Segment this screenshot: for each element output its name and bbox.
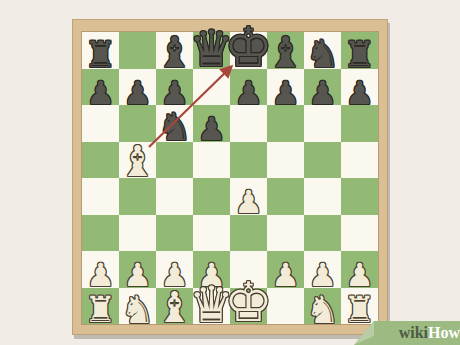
square-c4[interactable] [156,178,193,215]
square-g3[interactable] [304,215,341,252]
piece-white-bishop-b5[interactable]: ♝ [119,141,157,183]
square-f5[interactable] [267,142,304,179]
board-frame: ♜♝♛♚♝♞♜♟♟♟♟♟♟♟♞♟♝♟♟♟♟♟♟♟♟♜♞♝♛♚♞♜ [72,19,388,335]
piece-black-rook-a8[interactable]: ♜ [84,37,116,73]
piece-white-knight-g1[interactable]: ♞ [305,291,339,329]
piece-white-pawn-a2[interactable]: ♟ [86,259,115,291]
wikihow-wiki-text: wiki [399,324,428,341]
piece-black-pawn-e7[interactable]: ♟ [234,77,263,109]
wikihow-badge: wikiHow [352,321,460,345]
square-d4[interactable] [193,178,230,215]
square-c3[interactable] [156,215,193,252]
square-a3[interactable] [82,215,119,252]
piece-white-king-e1[interactable]: ♚ [224,276,272,330]
piece-black-pawn-d6[interactable]: ♟ [197,113,226,145]
square-a4[interactable] [82,178,119,215]
piece-black-pawn-h7[interactable]: ♟ [345,77,374,109]
square-a5[interactable] [82,142,119,179]
piece-black-pawn-g7[interactable]: ♟ [308,77,337,109]
piece-black-pawn-a7[interactable]: ♟ [86,77,115,109]
piece-black-knight-c6[interactable]: ♞ [157,108,191,146]
wikihow-how-text: How [428,324,460,341]
piece-black-pawn-b7[interactable]: ♟ [123,77,152,109]
piece-white-pawn-e4[interactable]: ♟ [234,186,263,218]
square-f3[interactable] [267,215,304,252]
piece-black-knight-g8[interactable]: ♞ [305,35,339,73]
piece-white-pawn-h2[interactable]: ♟ [345,259,374,291]
piece-black-king-e8[interactable]: ♚ [224,21,272,75]
piece-black-rook-h8[interactable]: ♜ [343,37,375,73]
piece-white-bishop-c1[interactable]: ♝ [156,287,194,329]
piece-black-bishop-c8[interactable]: ♝ [156,32,194,74]
piece-white-pawn-g2[interactable]: ♟ [308,259,337,291]
square-d3[interactable] [193,215,230,252]
square-b8[interactable] [119,32,156,69]
square-b3[interactable] [119,215,156,252]
square-f4[interactable] [267,178,304,215]
piece-white-pawn-b2[interactable]: ♟ [123,259,152,291]
piece-black-bishop-f8[interactable]: ♝ [267,32,305,74]
square-g5[interactable] [304,142,341,179]
piece-white-rook-a1[interactable]: ♜ [84,292,116,328]
square-h3[interactable] [341,215,378,252]
piece-black-pawn-f7[interactable]: ♟ [271,77,300,109]
chess-board[interactable]: ♜♝♛♚♝♞♜♟♟♟♟♟♟♟♞♟♝♟♟♟♟♟♟♟♟♜♞♝♛♚♞♜ [81,31,379,325]
square-h5[interactable] [341,142,378,179]
square-g4[interactable] [304,178,341,215]
square-e5[interactable] [230,142,267,179]
piece-white-knight-b1[interactable]: ♞ [120,291,154,329]
piece-white-pawn-f2[interactable]: ♟ [271,259,300,291]
square-h4[interactable] [341,178,378,215]
